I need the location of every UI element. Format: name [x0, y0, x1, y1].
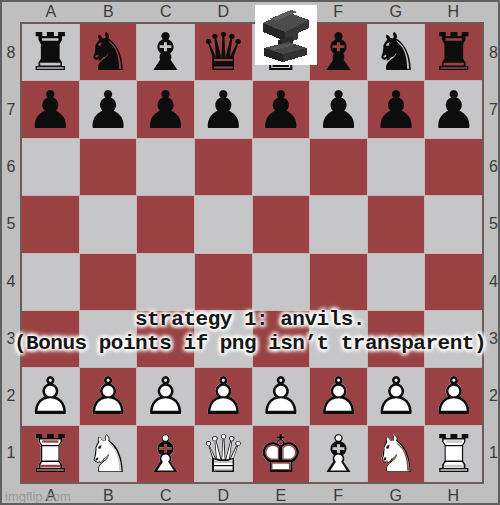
- rank-label-8-right: 8: [486, 24, 500, 81]
- file-label-g-bottom: G: [367, 486, 425, 505]
- black-pawn: ♟: [425, 81, 482, 137]
- rank-label-4-left: 4: [2, 253, 20, 310]
- square-a1: ♜♖: [22, 426, 79, 482]
- rank-label-1-right: 1: [486, 425, 500, 482]
- piece-outline: ♗: [310, 426, 367, 482]
- anvil-overlay: [255, 5, 317, 65]
- square-d4: [195, 254, 252, 310]
- white-pawn: ♟♙: [368, 368, 425, 424]
- square-h5: [425, 196, 482, 252]
- square-a7: ♟: [22, 81, 79, 137]
- file-labels-bottom: ABCDEFGH: [22, 486, 482, 505]
- square-a8: ♜: [22, 24, 79, 80]
- square-a4: [22, 254, 79, 310]
- piece-outline: ♙: [310, 368, 367, 424]
- piece-outline: ♙: [195, 368, 252, 424]
- piece-fill: ♜: [425, 426, 482, 482]
- file-label-f-top: F: [310, 2, 368, 21]
- square-b5: [80, 196, 137, 252]
- file-label-e-bottom: E: [252, 486, 310, 505]
- rank-label-6-right: 6: [486, 139, 500, 196]
- white-pawn: ♟♙: [310, 368, 367, 424]
- black-rook: ♜: [22, 24, 79, 80]
- square-e1: ♚♔: [253, 426, 310, 482]
- piece-fill: ♚: [253, 426, 310, 482]
- piece-fill: ♛: [195, 426, 252, 482]
- square-e4: [253, 254, 310, 310]
- caption: strategy 1: anvils. (Bonus points if png…: [2, 308, 498, 356]
- piece-fill: ♟: [137, 368, 194, 424]
- black-bishop: ♝: [310, 24, 367, 80]
- watermark: imgflip.com: [5, 489, 71, 504]
- square-f4: [310, 254, 367, 310]
- rank-label-8-left: 8: [2, 24, 20, 81]
- square-e2: ♟♙: [253, 368, 310, 424]
- black-rook: ♜: [425, 24, 482, 80]
- square-f2: ♟♙: [310, 368, 367, 424]
- square-c1: ♝♗: [137, 426, 194, 482]
- piece-fill: ♝: [310, 426, 367, 482]
- square-c6: [137, 139, 194, 195]
- white-bishop: ♝♗: [137, 426, 194, 482]
- white-bishop: ♝♗: [310, 426, 367, 482]
- piece-fill: ♜: [22, 426, 79, 482]
- piece-fill: ♟: [253, 368, 310, 424]
- white-king: ♚♔: [253, 426, 310, 482]
- square-g5: [368, 196, 425, 252]
- piece-outline: ♖: [425, 426, 482, 482]
- square-h7: ♟: [425, 81, 482, 137]
- square-h6: [425, 139, 482, 195]
- square-c2: ♟♙: [137, 368, 194, 424]
- file-labels-top: ABCDEFGH: [22, 2, 482, 21]
- square-e5: [253, 196, 310, 252]
- white-rook: ♜♖: [22, 426, 79, 482]
- file-label-d-bottom: D: [195, 486, 253, 505]
- rank-labels-right: 87654321: [486, 24, 500, 482]
- file-label-c-bottom: C: [137, 486, 195, 505]
- rank-label-7-right: 7: [486, 81, 500, 138]
- square-c8: ♝: [137, 24, 194, 80]
- piece-outline: ♘: [80, 426, 137, 482]
- white-knight: ♞♘: [368, 426, 425, 482]
- file-label-c-top: C: [137, 2, 195, 21]
- piece-fill: ♟: [310, 368, 367, 424]
- square-b4: [80, 254, 137, 310]
- square-b6: [80, 139, 137, 195]
- square-g8: ♞: [368, 24, 425, 80]
- white-pawn: ♟♙: [137, 368, 194, 424]
- caption-line-1: strategy 1: anvils.: [2, 308, 498, 332]
- square-f5: [310, 196, 367, 252]
- black-pawn: ♟: [195, 81, 252, 137]
- black-pawn: ♟: [137, 81, 194, 137]
- file-label-h-bottom: H: [425, 486, 483, 505]
- white-pawn: ♟♙: [425, 368, 482, 424]
- square-f8: ♝: [310, 24, 367, 80]
- square-g6: [368, 139, 425, 195]
- square-d6: [195, 139, 252, 195]
- rank-label-5-left: 5: [2, 196, 20, 253]
- square-g7: ♟: [368, 81, 425, 137]
- white-pawn: ♟♙: [253, 368, 310, 424]
- square-g4: [368, 254, 425, 310]
- rank-labels-left: 87654321: [2, 24, 20, 482]
- square-c4: [137, 254, 194, 310]
- white-pawn: ♟♙: [80, 368, 137, 424]
- square-b8: ♞: [80, 24, 137, 80]
- white-knight: ♞♘: [80, 426, 137, 482]
- square-d2: ♟♙: [195, 368, 252, 424]
- piece-fill: ♟: [195, 368, 252, 424]
- piece-fill: ♟: [22, 368, 79, 424]
- piece-outline: ♖: [22, 426, 79, 482]
- piece-outline: ♘: [368, 426, 425, 482]
- caption-line-2: (Bonus points if png isn’t transparent): [2, 332, 498, 356]
- square-a5: [22, 196, 79, 252]
- rank-label-5-right: 5: [486, 196, 500, 253]
- square-a6: [22, 139, 79, 195]
- white-pawn: ♟♙: [195, 368, 252, 424]
- square-c5: [137, 196, 194, 252]
- rank-label-2-right: 2: [486, 368, 500, 425]
- square-d1: ♛♕: [195, 426, 252, 482]
- piece-outline: ♙: [368, 368, 425, 424]
- piece-outline: ♙: [137, 368, 194, 424]
- piece-fill: ♞: [368, 426, 425, 482]
- black-pawn: ♟: [22, 81, 79, 137]
- white-pawn: ♟♙: [22, 368, 79, 424]
- square-e6: [253, 139, 310, 195]
- square-d7: ♟: [195, 81, 252, 137]
- square-d8: ♛: [195, 24, 252, 80]
- chess-meme-image: ABCDEFGH ABCDEFGH 87654321 87654321 ♜♞♝♛…: [0, 0, 500, 505]
- black-queen: ♛: [195, 24, 252, 80]
- rank-label-2-left: 2: [2, 368, 20, 425]
- rank-label-6-left: 6: [2, 139, 20, 196]
- piece-fill: ♟: [80, 368, 137, 424]
- piece-fill: ♞: [80, 426, 137, 482]
- piece-outline: ♕: [195, 426, 252, 482]
- square-h2: ♟♙: [425, 368, 482, 424]
- black-pawn: ♟: [310, 81, 367, 137]
- square-h8: ♜: [425, 24, 482, 80]
- square-f1: ♝♗: [310, 426, 367, 482]
- piece-fill: ♟: [425, 368, 482, 424]
- piece-outline: ♙: [80, 368, 137, 424]
- square-g1: ♞♘: [368, 426, 425, 482]
- white-rook: ♜♖: [425, 426, 482, 482]
- black-knight: ♞: [368, 24, 425, 80]
- square-e7: ♟: [253, 81, 310, 137]
- square-b7: ♟: [80, 81, 137, 137]
- file-label-d-top: D: [195, 2, 253, 21]
- square-b2: ♟♙: [80, 368, 137, 424]
- black-pawn: ♟: [80, 81, 137, 137]
- white-queen: ♛♕: [195, 426, 252, 482]
- rank-label-1-left: 1: [2, 425, 20, 482]
- square-b1: ♞♘: [80, 426, 137, 482]
- piece-outline: ♙: [253, 368, 310, 424]
- piece-outline: ♗: [137, 426, 194, 482]
- square-d5: [195, 196, 252, 252]
- black-bishop: ♝: [137, 24, 194, 80]
- piece-outline: ♙: [425, 368, 482, 424]
- anvil-icon: [257, 7, 315, 63]
- piece-fill: ♟: [368, 368, 425, 424]
- black-pawn: ♟: [368, 81, 425, 137]
- square-h4: [425, 254, 482, 310]
- piece-outline: ♔: [253, 426, 310, 482]
- square-h1: ♜♖: [425, 426, 482, 482]
- file-label-b-top: B: [80, 2, 138, 21]
- square-f7: ♟: [310, 81, 367, 137]
- square-c7: ♟: [137, 81, 194, 137]
- square-f6: [310, 139, 367, 195]
- square-g2: ♟♙: [368, 368, 425, 424]
- file-label-b-bottom: B: [80, 486, 138, 505]
- rank-label-7-left: 7: [2, 81, 20, 138]
- file-label-g-top: G: [367, 2, 425, 21]
- rank-label-4-right: 4: [486, 253, 500, 310]
- piece-fill: ♝: [137, 426, 194, 482]
- file-label-f-bottom: F: [310, 486, 368, 505]
- file-label-a-top: A: [22, 2, 80, 21]
- black-pawn: ♟: [253, 81, 310, 137]
- chess-board: ♜♞♝♛♚♝♞♜♟♟♟♟♟♟♟♟♟♙♟♙♟♙♟♙♟♙♟♙♟♙♟♙♜♖♞♘♝♗♛♕…: [20, 22, 484, 484]
- square-a2: ♟♙: [22, 368, 79, 424]
- black-knight: ♞: [80, 24, 137, 80]
- piece-outline: ♙: [22, 368, 79, 424]
- file-label-h-top: H: [425, 2, 483, 21]
